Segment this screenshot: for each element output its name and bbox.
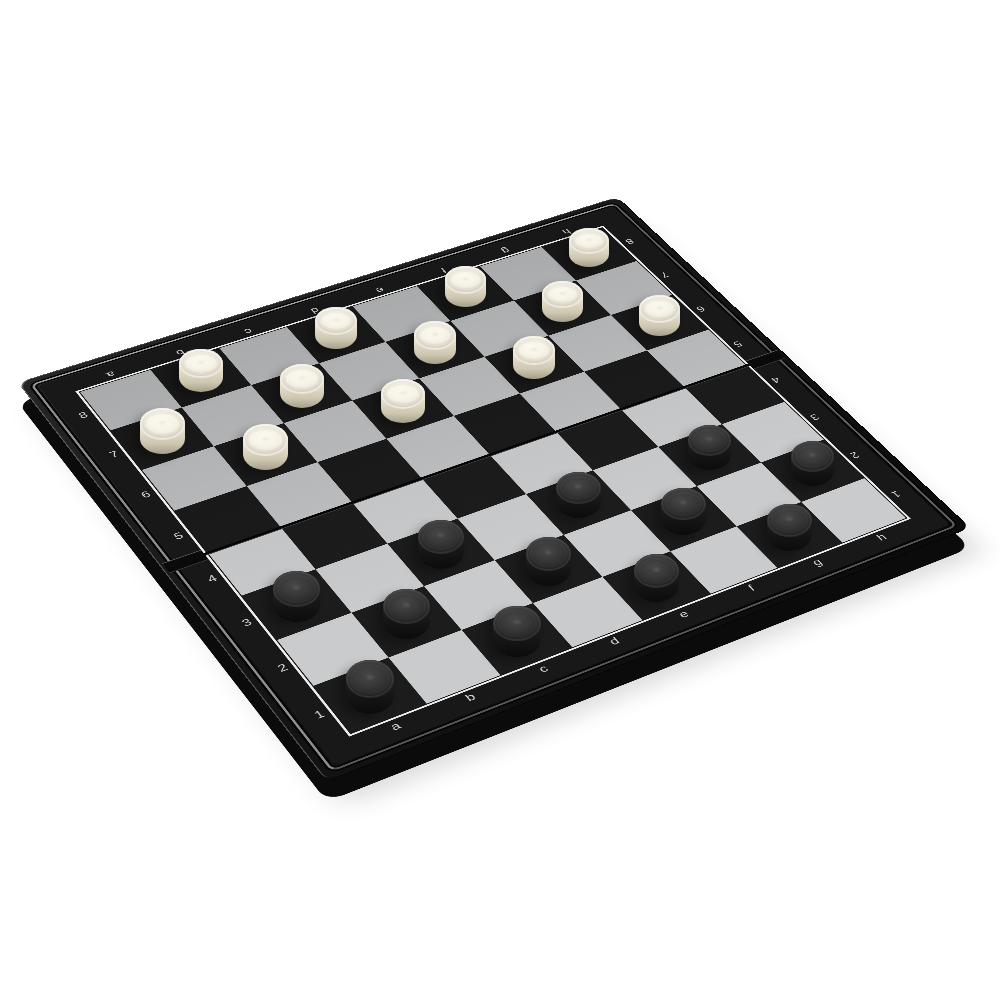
checker-top	[556, 472, 601, 504]
white-checker[interactable]	[243, 424, 288, 470]
checker-top	[445, 266, 486, 293]
photo-background: abcdefgh abcdefgh 87654321 87654321	[0, 0, 1000, 1000]
white-checker[interactable]	[414, 321, 457, 363]
checker-top	[346, 660, 395, 698]
white-checker[interactable]	[542, 281, 583, 322]
black-checker[interactable]	[661, 488, 706, 535]
checker-top	[315, 307, 358, 335]
white-checker[interactable]	[639, 295, 680, 336]
black-checker[interactable]	[493, 606, 540, 657]
white-checker[interactable]	[315, 307, 358, 349]
checker-top	[179, 349, 223, 379]
checker-top	[634, 554, 680, 588]
checker-top	[273, 571, 321, 606]
pieces-layer	[0, 0, 1000, 1000]
checker-top	[639, 295, 680, 323]
checker-top	[767, 504, 811, 537]
checker-top	[418, 520, 464, 554]
checker-top	[243, 424, 288, 455]
white-checker[interactable]	[569, 228, 609, 267]
black-checker[interactable]	[688, 425, 731, 470]
checker-top	[280, 364, 324, 394]
checker-top	[140, 408, 185, 439]
black-checker[interactable]	[418, 520, 464, 568]
checker-top	[414, 321, 457, 350]
white-checker[interactable]	[381, 379, 425, 423]
white-checker[interactable]	[513, 336, 555, 379]
black-checker[interactable]	[526, 537, 572, 586]
black-checker[interactable]	[767, 504, 811, 551]
checker-top	[661, 488, 706, 521]
black-checker[interactable]	[791, 441, 834, 486]
white-checker[interactable]	[280, 364, 324, 408]
black-checker[interactable]	[273, 571, 321, 621]
checker-top	[526, 537, 572, 571]
black-checker[interactable]	[634, 554, 680, 603]
white-checker[interactable]	[179, 349, 223, 393]
checker-top	[493, 606, 540, 642]
black-checker[interactable]	[346, 660, 395, 713]
checker-top	[383, 589, 430, 625]
white-checker[interactable]	[140, 408, 185, 454]
black-checker[interactable]	[556, 472, 601, 519]
white-checker[interactable]	[445, 266, 486, 307]
black-checker[interactable]	[383, 589, 430, 640]
checker-top	[381, 379, 425, 409]
